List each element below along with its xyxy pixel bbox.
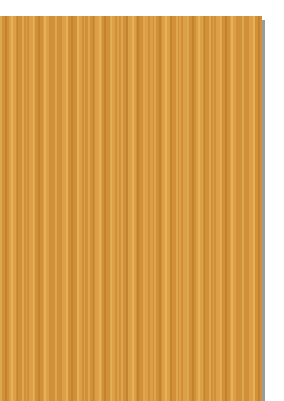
column-labels (0, 0, 284, 16)
go-board[interactable] (0, 16, 262, 401)
board-grid (0, 16, 262, 401)
row-labels (265, 16, 284, 401)
go-diagram (0, 0, 284, 401)
